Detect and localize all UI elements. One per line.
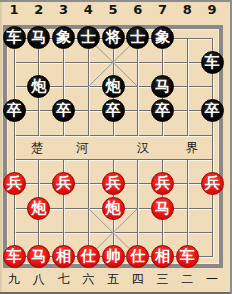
board-point-f4r10[interactable]: 仕	[76, 245, 101, 269]
board-point-f3r8[interactable]	[51, 196, 76, 220]
xiangqi-board: 车马象士将士象车炮炮马卒卒卒卒卒兵兵兵兵兵炮炮马车马相仕帅仕相车	[2, 26, 225, 269]
board-point-f1r4[interactable]: 卒	[2, 99, 27, 123]
board-point-f8r2[interactable]	[175, 50, 200, 74]
file-label-bottom-3: 七	[58, 271, 70, 288]
board-point-f6r9[interactable]	[125, 220, 150, 244]
file-label-bottom-8: 二	[181, 271, 193, 288]
board-point-f4r6[interactable]	[76, 147, 101, 171]
piece-black-卒-f3r4[interactable]: 卒	[52, 99, 75, 122]
board-point-f4r9[interactable]	[76, 220, 101, 244]
board-point-f6r7[interactable]	[125, 172, 150, 196]
board-point-f3r7[interactable]: 兵	[51, 172, 76, 196]
piece-red-车-f8r10[interactable]: 车	[176, 245, 199, 268]
board-point-f3r1[interactable]: 象	[51, 26, 76, 50]
board-point-f1r5[interactable]	[2, 123, 27, 147]
board-point-f1r3[interactable]	[2, 74, 27, 98]
file-label-top-4: 4	[84, 2, 93, 17]
board-point-f5r2[interactable]	[101, 50, 126, 74]
board-point-f4r3[interactable]	[76, 74, 101, 98]
board-point-f3r2[interactable]	[51, 50, 76, 74]
piece-red-兵-f7r7[interactable]: 兵	[151, 172, 174, 195]
file-label-bottom-4: 六	[82, 271, 94, 288]
board-point-f5r8[interactable]: 炮	[101, 196, 126, 220]
file-label-bottom-7: 三	[157, 271, 169, 288]
piece-red-相-f7r10[interactable]: 相	[151, 245, 174, 268]
board-point-f8r5[interactable]	[175, 123, 200, 147]
piece-black-车-f1r1[interactable]: 车	[3, 26, 26, 49]
board-point-f9r7[interactable]: 兵	[200, 172, 225, 196]
board-point-f9r4[interactable]: 卒	[200, 99, 225, 123]
board-point-f2r6[interactable]	[26, 147, 51, 171]
board-point-f6r8[interactable]	[125, 196, 150, 220]
piece-black-士-f4r1[interactable]: 士	[77, 26, 100, 49]
board-point-f3r9[interactable]	[51, 220, 76, 244]
piece-black-象-f3r1[interactable]: 象	[52, 26, 75, 49]
board-point-f5r7[interactable]: 兵	[101, 172, 126, 196]
board-point-f5r6[interactable]	[101, 147, 126, 171]
file-label-top-3: 3	[59, 2, 68, 17]
board-point-f6r2[interactable]	[125, 50, 150, 74]
piece-black-将-f5r1[interactable]: 将	[102, 26, 125, 49]
board-point-f8r9[interactable]	[175, 220, 200, 244]
board-point-f9r10[interactable]	[200, 245, 225, 269]
piece-black-炮-f2r3[interactable]: 炮	[27, 75, 50, 98]
piece-black-卒-f9r4[interactable]: 卒	[201, 99, 224, 122]
board-point-f9r6[interactable]	[200, 147, 225, 171]
board-point-f7r8[interactable]: 马	[150, 196, 175, 220]
board-point-f8r6[interactable]	[175, 147, 200, 171]
board-point-f6r4[interactable]	[125, 99, 150, 123]
board-point-f4r2[interactable]	[76, 50, 101, 74]
board-point-f2r4[interactable]	[26, 99, 51, 123]
piece-black-炮-f5r3[interactable]: 炮	[102, 75, 125, 98]
board-point-f3r4[interactable]: 卒	[51, 99, 76, 123]
board-point-f2r8[interactable]: 炮	[26, 196, 51, 220]
board-point-f4r8[interactable]	[76, 196, 101, 220]
board-point-f7r9[interactable]	[150, 220, 175, 244]
piece-red-炮-f2r8[interactable]: 炮	[27, 197, 50, 220]
file-label-bottom-6: 四	[132, 271, 144, 288]
board-point-f7r3[interactable]: 马	[150, 74, 175, 98]
board-point-f4r7[interactable]	[76, 172, 101, 196]
piece-black-卒-f7r4[interactable]: 卒	[151, 99, 174, 122]
board-point-f9r1[interactable]	[200, 26, 225, 50]
board-point-f2r7[interactable]	[26, 172, 51, 196]
board-point-f9r5[interactable]	[200, 123, 225, 147]
board-point-f8r3[interactable]	[175, 74, 200, 98]
file-label-top-8: 8	[183, 2, 192, 17]
board-point-f8r4[interactable]	[175, 99, 200, 123]
board-point-f8r7[interactable]	[175, 172, 200, 196]
board-point-f7r5[interactable]	[150, 123, 175, 147]
board-point-f6r3[interactable]	[125, 74, 150, 98]
board-point-f7r2[interactable]	[150, 50, 175, 74]
board-point-f5r1[interactable]: 将	[101, 26, 126, 50]
board-point-f8r8[interactable]	[175, 196, 200, 220]
board-point-f1r2[interactable]	[2, 50, 27, 74]
board-point-f8r10[interactable]: 车	[175, 245, 200, 269]
piece-black-车-f9r2[interactable]: 车	[201, 51, 224, 74]
piece-red-兵-f9r7[interactable]: 兵	[201, 172, 224, 195]
board-point-f8r1[interactable]	[175, 26, 200, 50]
board-point-f1r6[interactable]	[2, 147, 27, 171]
board-point-f2r3[interactable]: 炮	[26, 74, 51, 98]
file-label-bottom-2: 八	[33, 271, 45, 288]
board-point-f6r5[interactable]	[125, 123, 150, 147]
board-point-f2r1[interactable]: 马	[26, 26, 51, 50]
file-label-top-5: 5	[108, 2, 117, 17]
board-point-f7r6[interactable]	[150, 147, 175, 171]
board-point-f5r9[interactable]	[101, 220, 126, 244]
board-point-f2r5[interactable]	[26, 123, 51, 147]
piece-red-帅-f5r10[interactable]: 帅	[102, 245, 125, 268]
board-point-f1r8[interactable]	[2, 196, 27, 220]
board-point-f7r10[interactable]: 相	[150, 245, 175, 269]
board-point-f4r1[interactable]: 士	[76, 26, 101, 50]
board-point-f9r3[interactable]	[200, 74, 225, 98]
board-point-f1r1[interactable]: 车	[2, 26, 27, 50]
file-label-top-9: 9	[207, 2, 216, 17]
board-point-f4r4[interactable]	[76, 99, 101, 123]
piece-black-马-f7r3[interactable]: 马	[151, 75, 174, 98]
piece-red-兵-f3r7[interactable]: 兵	[52, 172, 75, 195]
board-point-f7r4[interactable]: 卒	[150, 99, 175, 123]
board-point-f7r1[interactable]: 象	[150, 26, 175, 50]
file-label-top-1: 1	[9, 2, 18, 17]
board-point-f3r3[interactable]	[51, 74, 76, 98]
board-point-f5r4[interactable]: 卒	[101, 99, 126, 123]
board-point-f4r5[interactable]	[76, 123, 101, 147]
board-point-f5r5[interactable]	[101, 123, 126, 147]
board-point-f6r6[interactable]	[125, 147, 150, 171]
board-point-f1r10[interactable]: 车	[2, 245, 27, 269]
board-point-f1r9[interactable]	[2, 220, 27, 244]
board-point-f6r10[interactable]: 仕	[125, 245, 150, 269]
file-label-top-6: 6	[133, 2, 142, 17]
xiangqi-app-window: 123456789 九八七六五四三二一 楚 河 汉 界 车马象士将士象车炮炮马卒…	[0, 0, 232, 294]
file-label-bottom-5: 五	[107, 271, 119, 288]
piece-black-马-f2r1[interactable]: 马	[27, 26, 50, 49]
piece-red-仕-f6r10[interactable]: 仕	[126, 245, 149, 268]
board-point-f3r5[interactable]	[51, 123, 76, 147]
board-point-f1r7[interactable]: 兵	[2, 172, 27, 196]
piece-red-车-f1r10[interactable]: 车	[3, 245, 26, 268]
board-point-f6r1[interactable]: 士	[125, 26, 150, 50]
board-point-f3r6[interactable]	[51, 147, 76, 171]
piece-red-兵-f1r7[interactable]: 兵	[3, 172, 26, 195]
board-point-f5r10[interactable]: 帅	[101, 245, 126, 269]
board-point-f2r2[interactable]	[26, 50, 51, 74]
piece-red-相-f3r10[interactable]: 相	[52, 245, 75, 268]
file-label-top-2: 2	[34, 2, 43, 17]
piece-red-仕-f4r10[interactable]: 仕	[77, 245, 100, 268]
board-point-f5r3[interactable]: 炮	[101, 74, 126, 98]
piece-red-马-f7r8[interactable]: 马	[151, 197, 174, 220]
piece-red-兵-f5r7[interactable]: 兵	[102, 172, 125, 195]
board-point-f2r9[interactable]	[26, 220, 51, 244]
piece-red-炮-f5r8[interactable]: 炮	[102, 197, 125, 220]
board-point-f3r10[interactable]: 相	[51, 245, 76, 269]
file-label-top-7: 7	[158, 2, 167, 17]
file-label-bottom-1: 九	[8, 271, 20, 288]
piece-black-象-f7r1[interactable]: 象	[151, 26, 174, 49]
piece-black-卒-f5r4[interactable]: 卒	[102, 99, 125, 122]
piece-red-马-f2r10[interactable]: 马	[27, 245, 50, 268]
board-point-f9r8[interactable]	[200, 196, 225, 220]
board-point-f9r9[interactable]	[200, 220, 225, 244]
file-label-bottom-9: 一	[206, 271, 218, 288]
board-point-f7r7[interactable]: 兵	[150, 172, 175, 196]
piece-black-士-f6r1[interactable]: 士	[126, 26, 149, 49]
board-point-f9r2[interactable]: 车	[200, 50, 225, 74]
piece-black-卒-f1r4[interactable]: 卒	[3, 99, 26, 122]
board-point-f2r10[interactable]: 马	[26, 245, 51, 269]
